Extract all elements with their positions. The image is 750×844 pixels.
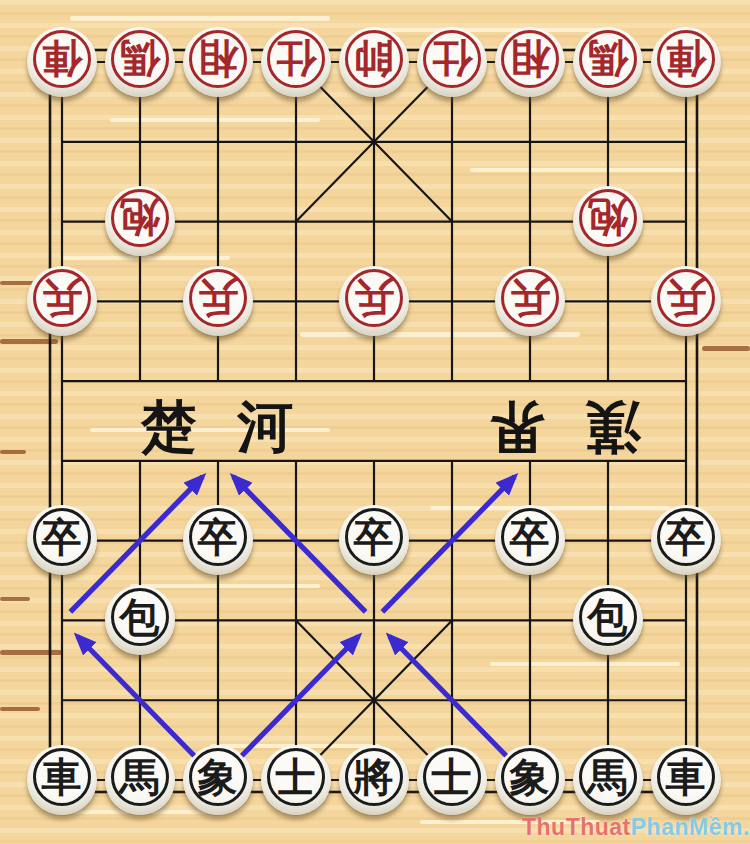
watermark-part2: PhanMềm.vn	[631, 814, 750, 840]
arrow-e8-to-g6	[382, 477, 514, 612]
watermark: ThuThuatPhanMềm.vn	[522, 814, 750, 841]
arrow-a8-to-c6	[70, 477, 202, 612]
watermark-part1: ThuThuat	[522, 814, 631, 840]
arrow-c10-to-a8	[77, 636, 194, 756]
arrow-g10-to-e8	[389, 636, 506, 756]
xiangqi-diagram: 楚河 漢界 俥傌相仕帥仕相傌俥炮炮兵兵兵兵兵卒卒卒卒卒包包車馬象士將士象馬車 T…	[0, 0, 750, 844]
arrow-e8-to-c6	[233, 477, 365, 612]
arrow-c10-to-e8	[242, 636, 359, 756]
move-arrows	[0, 0, 750, 844]
